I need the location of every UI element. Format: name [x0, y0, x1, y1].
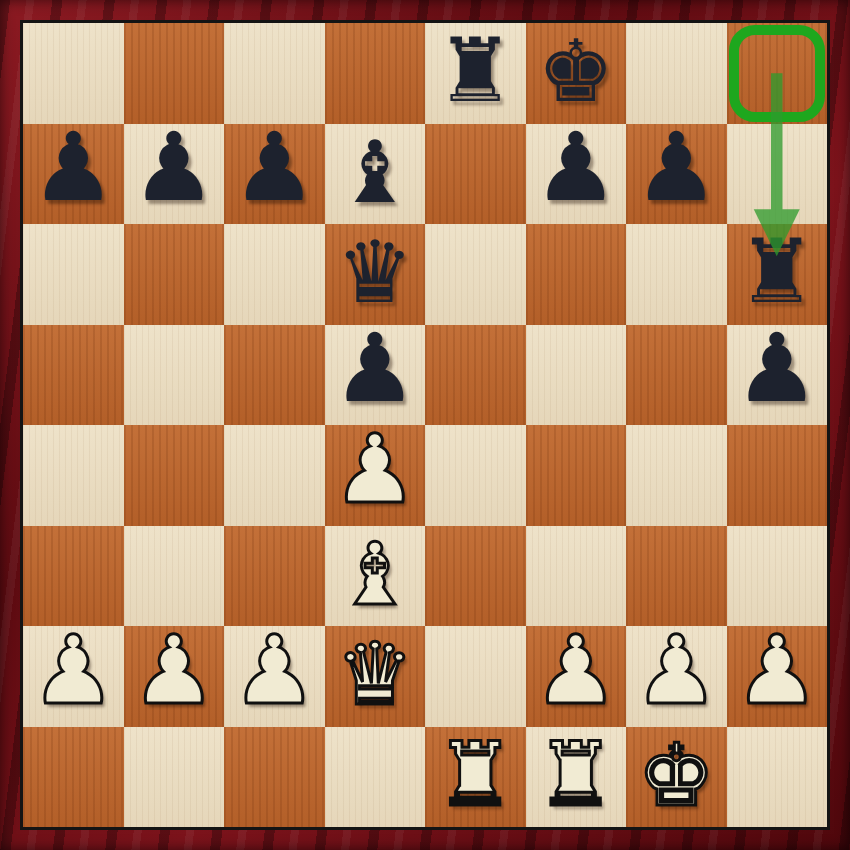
square-c1[interactable]: [224, 727, 325, 828]
square-d1[interactable]: [325, 727, 426, 828]
square-h6[interactable]: ♜: [727, 224, 828, 325]
square-f8[interactable]: ♚: [526, 23, 627, 124]
square-a2[interactable]: ♟: [23, 626, 124, 727]
square-d7[interactable]: ♝: [325, 124, 426, 225]
white-rook[interactable]: ♜: [536, 731, 615, 819]
board-frame: ♜♚♟♟♟♝♟♟♛♜♟♟♟♝♟♟♟♛♟♟♟♜♜♚: [0, 0, 850, 850]
square-e7[interactable]: [425, 124, 526, 225]
square-b7[interactable]: ♟: [124, 124, 225, 225]
square-h4[interactable]: [727, 425, 828, 526]
square-e8[interactable]: ♜: [425, 23, 526, 124]
square-a5[interactable]: [23, 325, 124, 426]
square-f5[interactable]: [526, 325, 627, 426]
square-h7[interactable]: [727, 124, 828, 225]
square-h3[interactable]: [727, 526, 828, 627]
square-c5[interactable]: [224, 325, 325, 426]
black-pawn[interactable]: ♟: [31, 120, 116, 215]
black-king[interactable]: ♚: [537, 28, 614, 114]
black-rook[interactable]: ♜: [737, 228, 816, 316]
square-b8[interactable]: [124, 23, 225, 124]
square-b1[interactable]: [124, 727, 225, 828]
square-c8[interactable]: [224, 23, 325, 124]
square-b2[interactable]: ♟: [124, 626, 225, 727]
square-b5[interactable]: [124, 325, 225, 426]
white-pawn[interactable]: ♟: [131, 623, 216, 718]
square-c7[interactable]: ♟: [224, 124, 325, 225]
square-g1[interactable]: ♚: [626, 727, 727, 828]
square-a1[interactable]: [23, 727, 124, 828]
black-pawn[interactable]: ♟: [634, 120, 719, 215]
square-f1[interactable]: ♜: [526, 727, 627, 828]
square-f2[interactable]: ♟: [526, 626, 627, 727]
chess-board: ♜♚♟♟♟♝♟♟♛♜♟♟♟♝♟♟♟♛♟♟♟♜♜♚: [23, 23, 827, 827]
white-pawn[interactable]: ♟: [734, 623, 819, 718]
square-g7[interactable]: ♟: [626, 124, 727, 225]
square-b3[interactable]: [124, 526, 225, 627]
square-d4[interactable]: ♟: [325, 425, 426, 526]
white-bishop[interactable]: ♝: [336, 531, 413, 617]
white-pawn[interactable]: ♟: [232, 623, 317, 718]
square-a6[interactable]: [23, 224, 124, 325]
black-pawn[interactable]: ♟: [734, 321, 819, 416]
black-rook[interactable]: ♜: [436, 27, 515, 115]
square-g2[interactable]: ♟: [626, 626, 727, 727]
square-g8[interactable]: [626, 23, 727, 124]
white-rook[interactable]: ♜: [436, 731, 515, 819]
square-e5[interactable]: [425, 325, 526, 426]
square-f6[interactable]: [526, 224, 627, 325]
square-f3[interactable]: [526, 526, 627, 627]
white-king[interactable]: ♚: [638, 732, 715, 818]
square-e6[interactable]: [425, 224, 526, 325]
square-e4[interactable]: [425, 425, 526, 526]
square-h2[interactable]: ♟: [727, 626, 828, 727]
black-pawn[interactable]: ♟: [332, 321, 417, 416]
square-h5[interactable]: ♟: [727, 325, 828, 426]
square-d3[interactable]: ♝: [325, 526, 426, 627]
last-move-origin-highlight: [729, 25, 826, 122]
black-queen[interactable]: ♛: [336, 229, 413, 315]
square-g6[interactable]: [626, 224, 727, 325]
square-g3[interactable]: [626, 526, 727, 627]
square-c2[interactable]: ♟: [224, 626, 325, 727]
square-e3[interactable]: [425, 526, 526, 627]
white-queen[interactable]: ♛: [336, 631, 413, 717]
square-d5[interactable]: ♟: [325, 325, 426, 426]
square-g4[interactable]: [626, 425, 727, 526]
white-pawn[interactable]: ♟: [634, 623, 719, 718]
square-b4[interactable]: [124, 425, 225, 526]
square-h1[interactable]: [727, 727, 828, 828]
square-f4[interactable]: [526, 425, 627, 526]
square-d8[interactable]: [325, 23, 426, 124]
square-a4[interactable]: [23, 425, 124, 526]
square-d6[interactable]: ♛: [325, 224, 426, 325]
square-b6[interactable]: [124, 224, 225, 325]
square-a3[interactable]: [23, 526, 124, 627]
square-e1[interactable]: ♜: [425, 727, 526, 828]
square-c3[interactable]: [224, 526, 325, 627]
square-g5[interactable]: [626, 325, 727, 426]
white-pawn[interactable]: ♟: [332, 422, 417, 517]
white-pawn[interactable]: ♟: [31, 623, 116, 718]
square-e2[interactable]: [425, 626, 526, 727]
black-bishop[interactable]: ♝: [336, 129, 413, 215]
square-f7[interactable]: ♟: [526, 124, 627, 225]
white-pawn[interactable]: ♟: [533, 623, 618, 718]
black-pawn[interactable]: ♟: [131, 120, 216, 215]
square-d2[interactable]: ♛: [325, 626, 426, 727]
square-a8[interactable]: [23, 23, 124, 124]
black-pawn[interactable]: ♟: [533, 120, 618, 215]
square-c4[interactable]: [224, 425, 325, 526]
square-c6[interactable]: [224, 224, 325, 325]
square-a7[interactable]: ♟: [23, 124, 124, 225]
black-pawn[interactable]: ♟: [232, 120, 317, 215]
square-h8[interactable]: [727, 23, 828, 124]
